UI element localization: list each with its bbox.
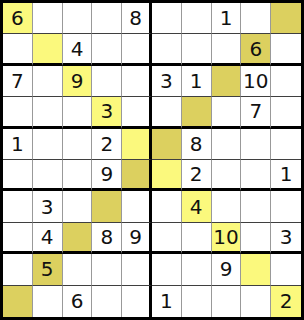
cell-r8c2[interactable]: 4 [33,223,63,254]
cell-r1c3[interactable] [63,3,93,34]
cell-r9c3[interactable] [63,254,93,285]
cell-r2c4[interactable] [92,34,122,65]
cell-r3c1[interactable]: 7 [3,66,33,97]
cell-r10c8[interactable] [212,286,242,317]
cell-r8c6[interactable] [152,223,182,254]
sudoku-board: 68146793110371289213448910359612 [0,0,304,320]
cell-r9c6[interactable] [152,254,182,285]
cell-r10c2[interactable] [33,286,63,317]
cell-r8c1[interactable] [3,223,33,254]
cell-r3c8[interactable] [212,66,242,97]
cell-r5c9[interactable] [241,129,271,160]
cell-r5c4[interactable]: 2 [92,129,122,160]
cell-r8c4[interactable]: 8 [92,223,122,254]
cell-r10c1[interactable] [3,286,33,317]
cell-r1c1[interactable]: 6 [3,3,33,34]
cell-r6c2[interactable] [33,160,63,191]
cell-r9c1[interactable] [3,254,33,285]
cell-r2c8[interactable] [212,34,242,65]
cell-r1c9[interactable] [241,3,271,34]
cell-r1c4[interactable] [92,3,122,34]
cell-r1c2[interactable] [33,3,63,34]
cell-r7c9[interactable] [241,191,271,222]
cell-r7c3[interactable] [63,191,93,222]
cell-r6c1[interactable] [3,160,33,191]
cell-r4c6[interactable] [152,97,182,128]
cell-r2c10[interactable] [271,34,301,65]
cell-r9c10[interactable] [271,254,301,285]
cell-r10c5[interactable] [122,286,152,317]
cell-r6c8[interactable] [212,160,242,191]
cell-r3c2[interactable] [33,66,63,97]
cell-r6c6[interactable] [152,160,182,191]
cell-r5c7[interactable]: 8 [182,129,212,160]
cell-r3c9[interactable]: 10 [241,66,271,97]
cell-r9c5[interactable] [122,254,152,285]
cell-r4c9[interactable]: 7 [241,97,271,128]
cell-r5c5[interactable] [122,129,152,160]
cell-r5c1[interactable]: 1 [3,129,33,160]
cell-r5c8[interactable] [212,129,242,160]
cell-r10c4[interactable] [92,286,122,317]
cell-r7c4[interactable] [92,191,122,222]
cell-r6c4[interactable]: 9 [92,160,122,191]
cell-r4c7[interactable] [182,97,212,128]
cell-r7c7[interactable]: 4 [182,191,212,222]
cell-r6c10[interactable]: 1 [271,160,301,191]
cell-r10c6[interactable]: 1 [152,286,182,317]
cell-r10c3[interactable]: 6 [63,286,93,317]
cell-r8c9[interactable] [241,223,271,254]
cell-r9c4[interactable] [92,254,122,285]
cell-r5c3[interactable] [63,129,93,160]
cell-r8c7[interactable] [182,223,212,254]
cell-r7c8[interactable] [212,191,242,222]
cell-r1c5[interactable]: 8 [122,3,152,34]
cell-r1c7[interactable] [182,3,212,34]
cell-r10c7[interactable] [182,286,212,317]
cell-r3c7[interactable]: 1 [182,66,212,97]
cell-r3c10[interactable] [271,66,301,97]
cell-r4c5[interactable] [122,97,152,128]
cell-r8c3[interactable] [63,223,93,254]
cell-r1c8[interactable]: 1 [212,3,242,34]
cell-r7c1[interactable] [3,191,33,222]
cell-r7c5[interactable] [122,191,152,222]
cell-r1c10[interactable] [271,3,301,34]
cell-r3c3[interactable]: 9 [63,66,93,97]
cell-r2c3[interactable]: 4 [63,34,93,65]
cell-r2c6[interactable] [152,34,182,65]
cell-r4c2[interactable] [33,97,63,128]
cell-r9c7[interactable] [182,254,212,285]
cell-r6c9[interactable] [241,160,271,191]
cell-r9c8[interactable]: 9 [212,254,242,285]
cell-r5c6[interactable] [152,129,182,160]
cell-r2c1[interactable] [3,34,33,65]
cell-r3c5[interactable] [122,66,152,97]
cell-r1c6[interactable] [152,3,182,34]
cell-r2c5[interactable] [122,34,152,65]
cell-r4c3[interactable] [63,97,93,128]
cell-r2c2[interactable] [33,34,63,65]
cell-r6c7[interactable]: 2 [182,160,212,191]
cell-r5c10[interactable] [271,129,301,160]
cell-r10c10[interactable]: 2 [271,286,301,317]
cell-r7c2[interactable]: 3 [33,191,63,222]
cell-r7c6[interactable] [152,191,182,222]
cell-r4c8[interactable] [212,97,242,128]
cell-r4c10[interactable] [271,97,301,128]
cell-r8c8[interactable]: 10 [212,223,242,254]
cell-r3c4[interactable] [92,66,122,97]
cell-r9c9[interactable] [241,254,271,285]
cell-r9c2[interactable]: 5 [33,254,63,285]
cell-r3c6[interactable]: 3 [152,66,182,97]
cell-r2c9[interactable]: 6 [241,34,271,65]
cell-r2c7[interactable] [182,34,212,65]
cell-r6c3[interactable] [63,160,93,191]
cell-r6c5[interactable] [122,160,152,191]
cell-r7c10[interactable] [271,191,301,222]
cell-r4c1[interactable] [3,97,33,128]
cell-r5c2[interactable] [33,129,63,160]
cell-r8c5[interactable]: 9 [122,223,152,254]
cell-r8c10[interactable]: 3 [271,223,301,254]
cell-r4c4[interactable]: 3 [92,97,122,128]
cell-r10c9[interactable] [241,286,271,317]
